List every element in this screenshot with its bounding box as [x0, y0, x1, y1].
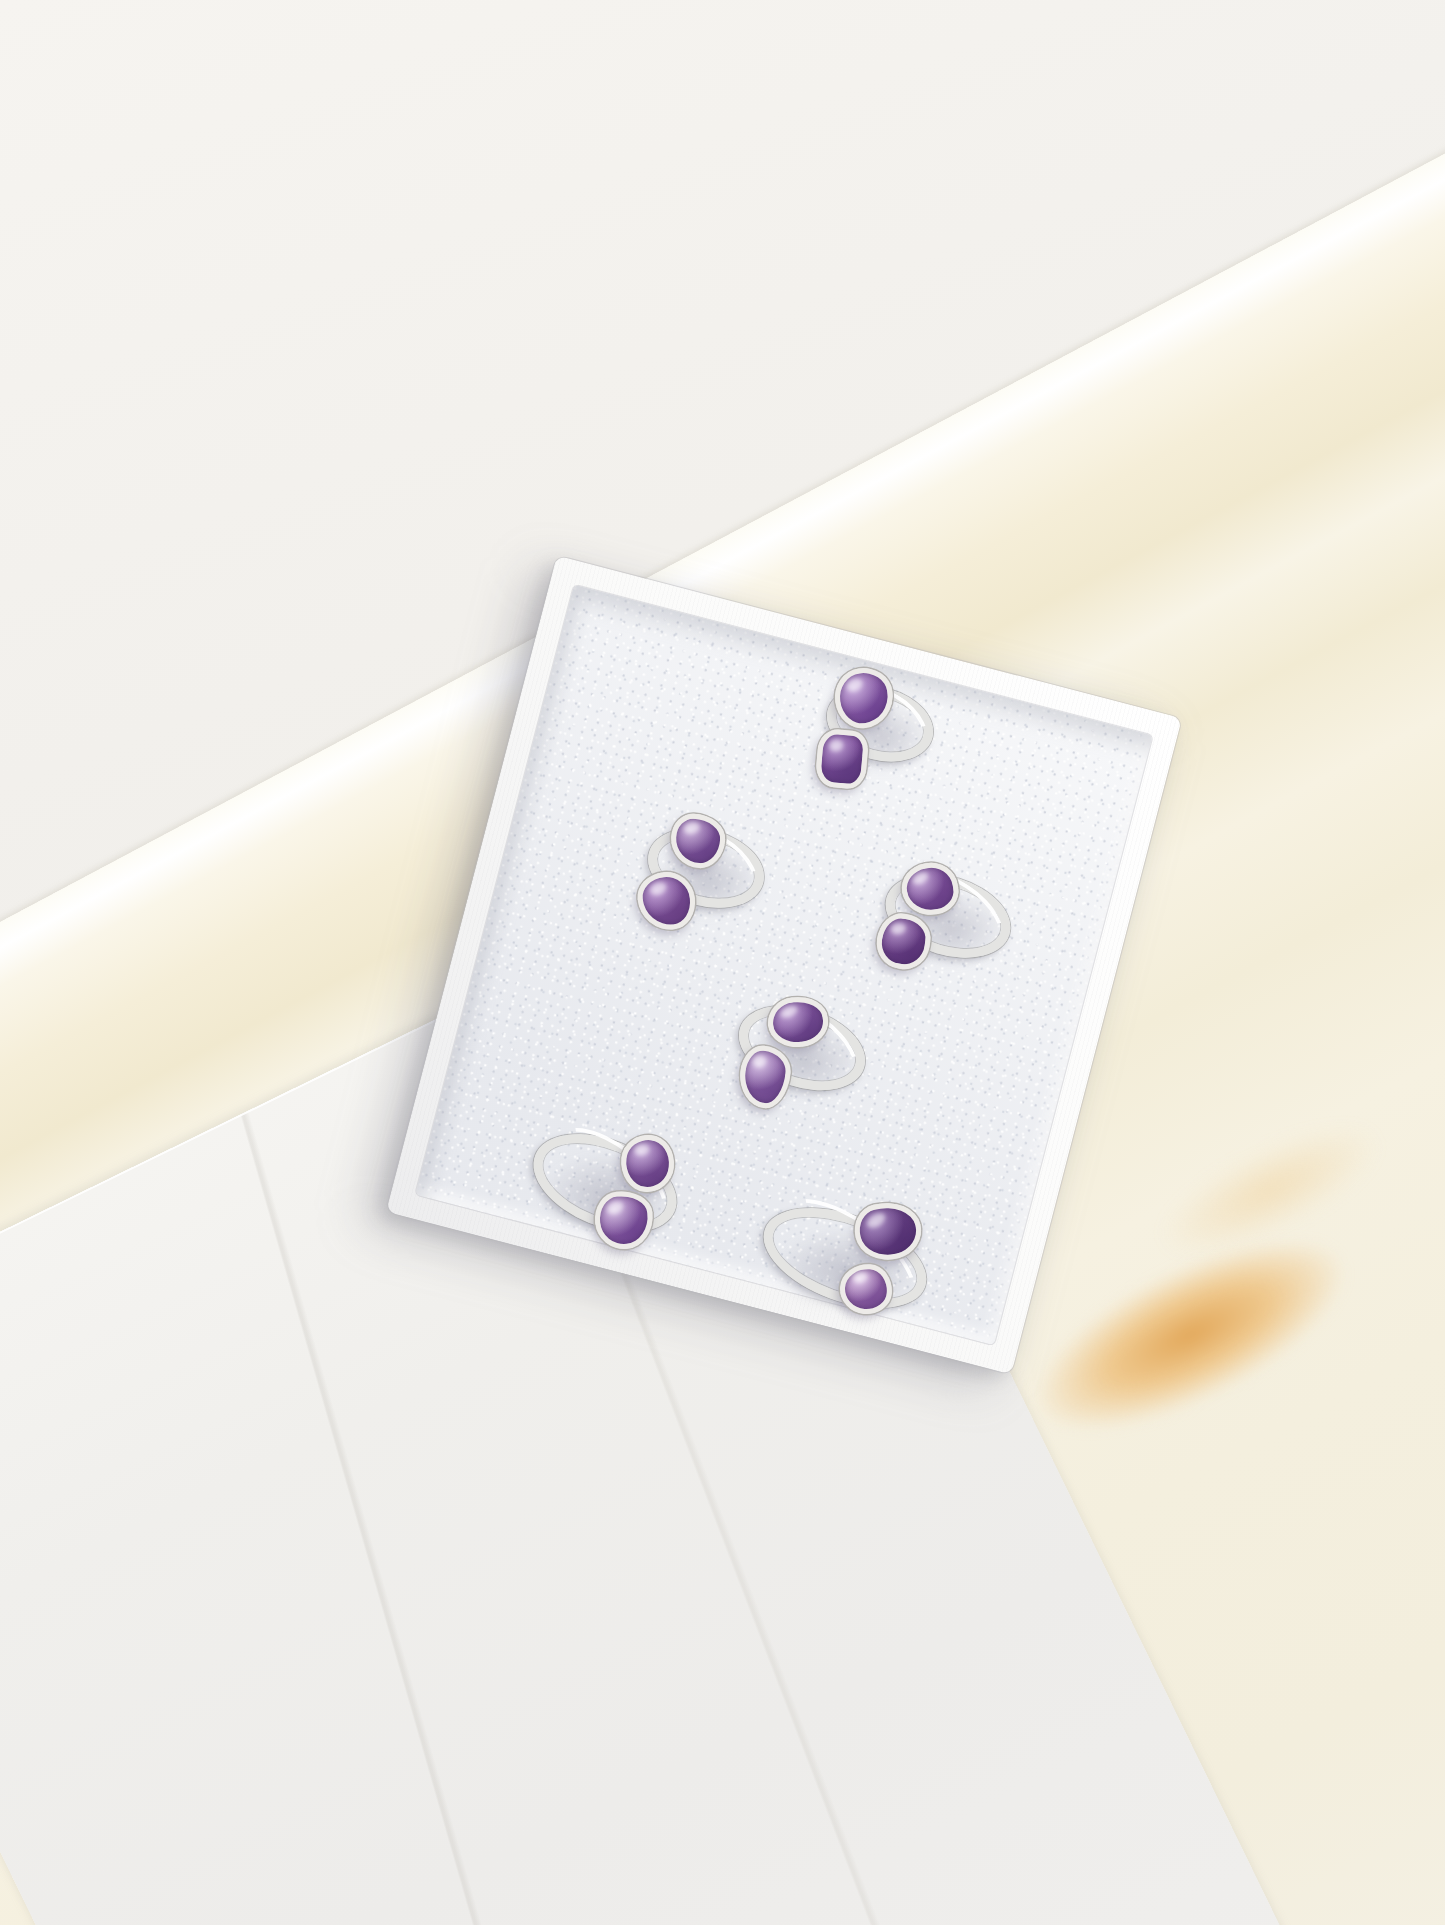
scene	[0, 0, 1445, 1925]
stone-glint	[852, 1271, 869, 1284]
ring	[0, 0, 1445, 1925]
stone-glint	[864, 1210, 887, 1230]
rings-layer	[0, 0, 1445, 1925]
